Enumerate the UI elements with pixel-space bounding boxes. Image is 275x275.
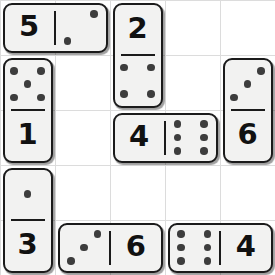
- pip-cell: [241, 91, 254, 104]
- pip-cell: [34, 91, 47, 104]
- digit-label: 2: [127, 14, 147, 43]
- digit-label: 1: [17, 120, 37, 149]
- pip: [230, 94, 238, 102]
- pip-cell: [174, 241, 187, 254]
- domino-half-digit: 5: [5, 5, 54, 51]
- digit-label: 5: [19, 12, 39, 41]
- domino-3-6[interactable]: 6: [58, 223, 163, 273]
- domino-half-pips: [170, 225, 219, 271]
- domino-half-pips: [60, 225, 109, 271]
- pip-cell: [91, 254, 104, 267]
- pip: [174, 134, 182, 142]
- domino-half-digit: 2: [115, 5, 161, 54]
- domino-half-pips: [5, 170, 51, 219]
- pip-grid-5: [8, 64, 48, 104]
- domino-half-pips: [56, 5, 105, 51]
- pip-grid-1: [8, 174, 48, 214]
- pip: [24, 190, 32, 198]
- pip-cell: [174, 228, 187, 241]
- pip-cell: [198, 118, 211, 131]
- pip-cell: [201, 254, 214, 267]
- pip-cell: [64, 241, 77, 254]
- pip: [147, 64, 155, 72]
- pip-grid-4: [118, 61, 158, 101]
- pip: [67, 257, 75, 265]
- pip-cell: [228, 77, 241, 90]
- pip-cell: [64, 254, 77, 267]
- pip-cell: [198, 131, 211, 144]
- pip-cell: [144, 74, 157, 87]
- pip-grid-6: [171, 118, 211, 158]
- pip-cell: [34, 77, 47, 90]
- pip-grid-3: [64, 228, 104, 268]
- domino-half-digit: 4: [221, 225, 270, 271]
- pip-grid-3: [228, 64, 268, 104]
- pip-cell: [184, 131, 197, 144]
- pip: [24, 80, 32, 88]
- pip-cell: [131, 74, 144, 87]
- pip-cell: [21, 64, 34, 77]
- domino-half-pips: [115, 56, 161, 105]
- domino-half-digit: 3: [5, 221, 51, 270]
- digit-label: 6: [237, 120, 257, 149]
- pip-cell: [8, 77, 21, 90]
- pip: [244, 80, 252, 88]
- pip-cell: [34, 201, 47, 214]
- digit-label: 4: [236, 232, 256, 261]
- pip: [257, 67, 265, 75]
- pip-cell: [88, 21, 101, 34]
- pip-cell: [61, 8, 74, 21]
- pip: [10, 94, 18, 102]
- domino-1-3[interactable]: 3: [3, 168, 53, 273]
- pip: [64, 37, 72, 45]
- digit-label: 6: [126, 232, 146, 261]
- pip: [94, 230, 102, 238]
- pip-cell: [131, 61, 144, 74]
- pip: [204, 244, 212, 252]
- domino-5-1[interactable]: 1: [3, 58, 53, 163]
- pip-cell: [8, 174, 21, 187]
- domino-half-pips: [5, 60, 51, 109]
- pip-cell: [74, 34, 87, 47]
- pip-cell: [91, 228, 104, 241]
- pip-cell: [184, 144, 197, 157]
- pip-cell: [187, 254, 200, 267]
- domino-5-2[interactable]: 5: [3, 3, 108, 53]
- pip-cell: [241, 64, 254, 77]
- digit-label: 4: [129, 122, 149, 151]
- pip-cell: [187, 241, 200, 254]
- pip: [174, 120, 182, 128]
- pip-cell: [131, 88, 144, 101]
- pip: [177, 257, 185, 265]
- digit-label: 3: [17, 230, 37, 259]
- pip-cell: [88, 8, 101, 21]
- pip-cell: [61, 34, 74, 47]
- pip: [204, 257, 212, 265]
- pip-cell: [198, 144, 211, 157]
- pip: [200, 120, 208, 128]
- domino-half-pips: [166, 115, 215, 161]
- pip-cell: [174, 254, 187, 267]
- pip-cell: [171, 131, 184, 144]
- pip-cell: [144, 88, 157, 101]
- pip-cell: [228, 64, 241, 77]
- pip: [80, 244, 88, 252]
- pip: [200, 134, 208, 142]
- domino-half-pips: [225, 60, 271, 109]
- pip-cell: [21, 174, 34, 187]
- pip-cell: [171, 118, 184, 131]
- domino-6-4[interactable]: 4: [168, 223, 273, 273]
- pip-cell: [201, 241, 214, 254]
- pip-cell: [201, 228, 214, 241]
- pip: [90, 10, 98, 18]
- pip-cell: [254, 64, 267, 77]
- pip-cell: [77, 254, 90, 267]
- pip-cell: [88, 34, 101, 47]
- domino-half-digit: 4: [115, 115, 164, 161]
- pip-cell: [241, 77, 254, 90]
- pip-cell: [171, 144, 184, 157]
- pip: [120, 64, 128, 72]
- pip: [120, 90, 128, 98]
- pip-cell: [34, 64, 47, 77]
- domino-board: 52164364: [0, 0, 275, 275]
- domino-2-4[interactable]: 2: [113, 3, 163, 108]
- pip-cell: [8, 91, 21, 104]
- pip-cell: [187, 228, 200, 241]
- pip-cell: [144, 61, 157, 74]
- pip-cell: [21, 187, 34, 200]
- pip-grid-6: [174, 228, 214, 268]
- pip-cell: [21, 201, 34, 214]
- pip-cell: [34, 187, 47, 200]
- pip-grid-2: [61, 8, 101, 48]
- pip: [37, 67, 45, 75]
- pip-cell: [118, 88, 131, 101]
- pip-cell: [91, 241, 104, 254]
- pip: [177, 244, 185, 252]
- domino-half-digit: 1: [5, 111, 51, 160]
- pip-cell: [184, 118, 197, 131]
- pip: [37, 94, 45, 102]
- domino-half-digit: 6: [111, 225, 160, 271]
- domino-4-6[interactable]: 4: [113, 113, 218, 163]
- pip-cell: [64, 228, 77, 241]
- pip-cell: [21, 77, 34, 90]
- pip: [10, 67, 18, 75]
- pip-cell: [254, 77, 267, 90]
- pip-cell: [77, 241, 90, 254]
- pip: [174, 147, 182, 155]
- pip: [147, 90, 155, 98]
- pip-cell: [8, 64, 21, 77]
- pip-cell: [118, 74, 131, 87]
- pip-cell: [74, 21, 87, 34]
- pip-cell: [21, 91, 34, 104]
- pip-cell: [118, 61, 131, 74]
- pip: [200, 147, 208, 155]
- pip-cell: [74, 8, 87, 21]
- pip-cell: [228, 91, 241, 104]
- pip-cell: [34, 174, 47, 187]
- pip-cell: [61, 21, 74, 34]
- pip-cell: [8, 187, 21, 200]
- pip: [177, 230, 185, 238]
- pip-cell: [8, 201, 21, 214]
- domino-half-digit: 6: [225, 111, 271, 160]
- domino-3-6[interactable]: 6: [223, 58, 273, 163]
- pip-cell: [254, 91, 267, 104]
- pip-cell: [77, 228, 90, 241]
- pip: [204, 230, 212, 238]
